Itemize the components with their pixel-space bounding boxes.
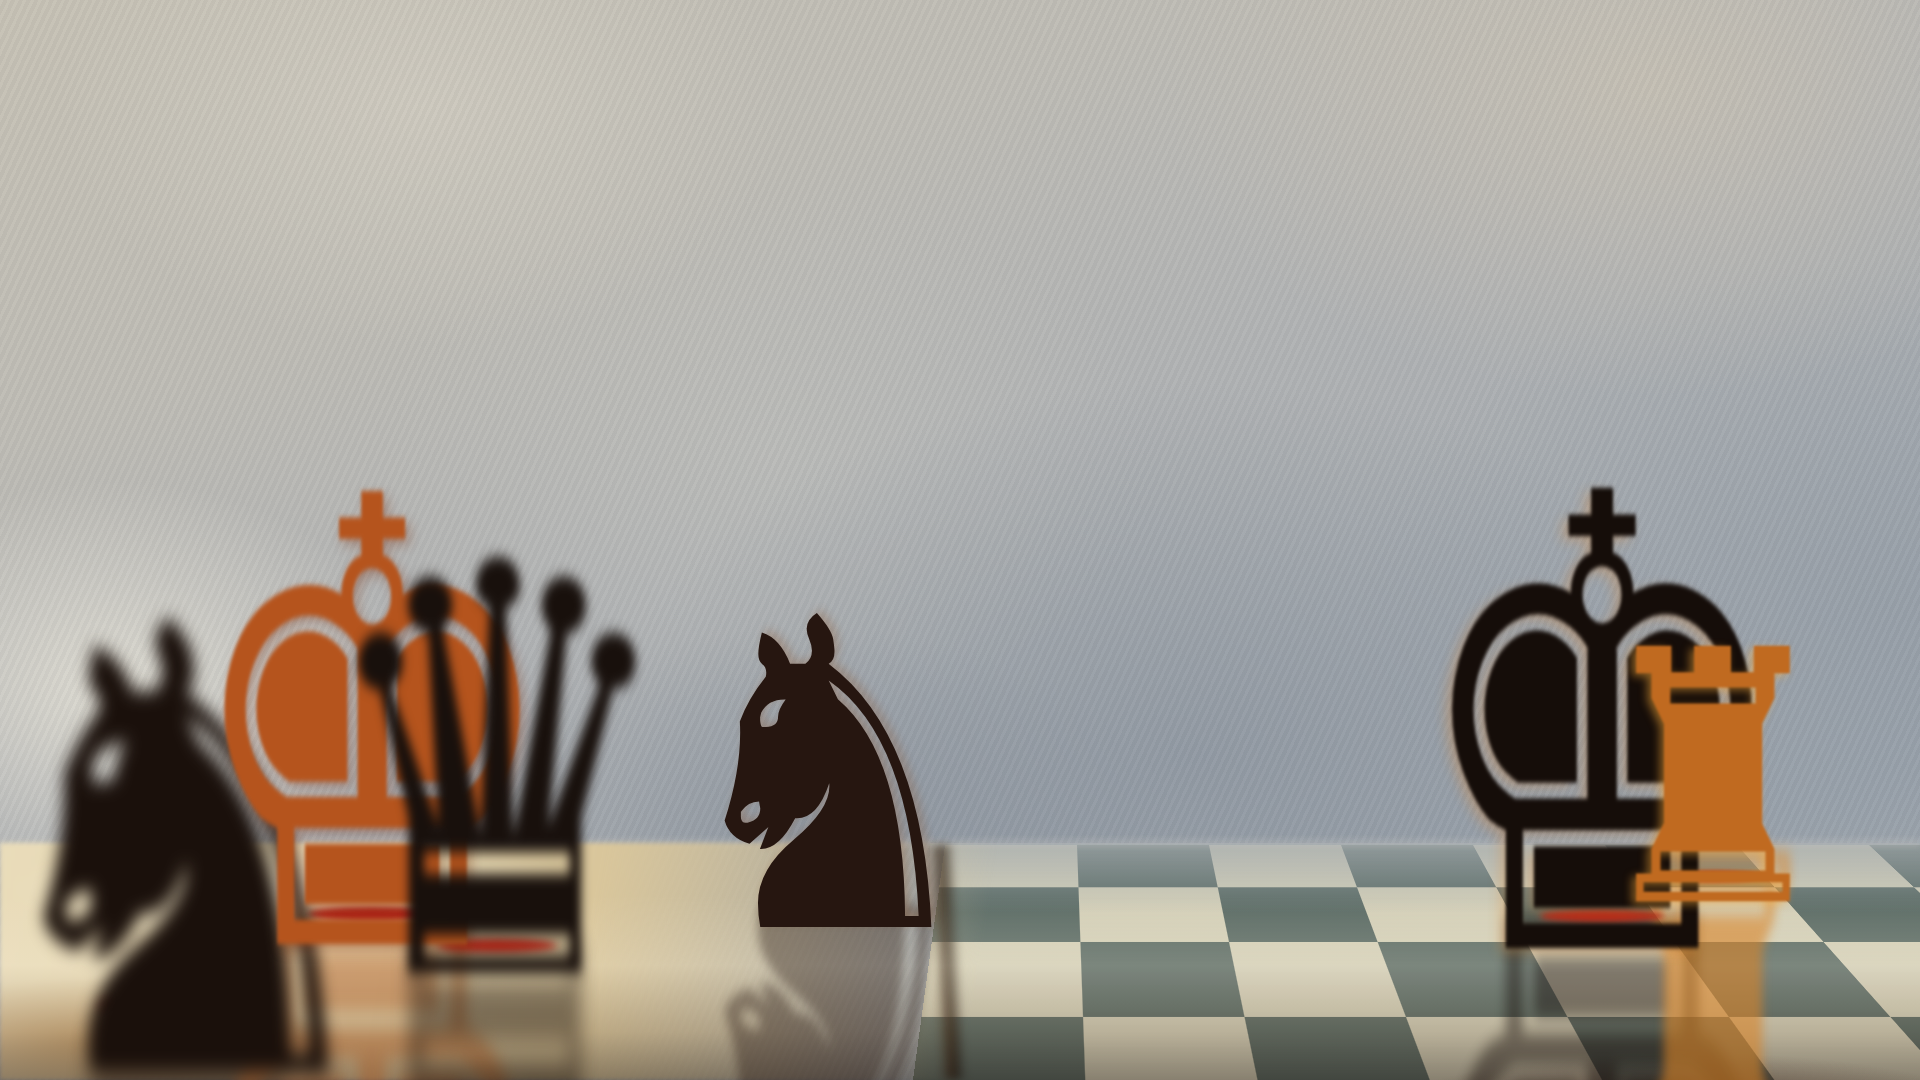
white-rook-h5[interactable]: ♜ [1591,605,1836,955]
black-knight-e5[interactable]: ♞ [666,563,990,993]
black-queen-c5[interactable]: ♛ [313,491,681,1061]
chess-photo-scene: ♞ ♚ ♛ ♞ ♚ ♜ ♞ ♚ ♛ ♞ ♚ ♜ [0,0,1920,1080]
